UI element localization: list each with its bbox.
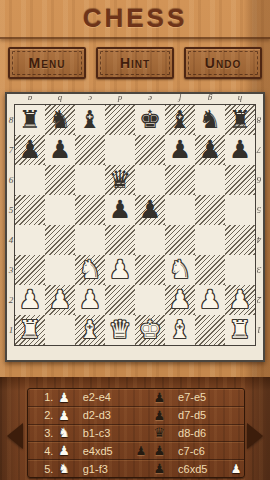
white-move-text: e4xd5 [75,445,133,457]
file-label-g: g [195,94,225,104]
rank-label-3-right: 3 [255,255,263,285]
move-row-3[interactable]: 3.♞b1-c3♛d8-d6 [28,424,244,442]
white-pawn: ♟ [15,285,45,315]
square-d2[interactable] [105,285,135,315]
white-knight: ♞ [165,255,195,285]
square-h1[interactable]: ♜ [225,315,255,345]
file-label-a: a [15,94,45,104]
square-g7[interactable]: ♟ [195,135,225,165]
file-label-c: c [75,94,105,104]
square-d4[interactable] [105,225,135,255]
square-e2[interactable] [135,285,165,315]
black-capture-icon: ♟ [228,462,244,476]
black-pawn: ♟ [165,135,195,165]
white-king: ♚ [135,315,165,345]
square-a4[interactable] [15,225,45,255]
board-grid: ♜♞♝♚♝♞♜♟♟♟♟♟♛♟♟♞♟♞♟♟♟♟♟♟♜♝♛♚♝♜ [14,104,256,346]
square-f5[interactable] [165,195,195,225]
square-d8[interactable] [105,105,135,135]
file-label-b: b [45,94,75,104]
square-c3[interactable]: ♞ [75,255,105,285]
square-b5[interactable] [45,195,75,225]
square-g8[interactable]: ♞ [195,105,225,135]
app-header: CHESS [0,0,270,39]
hint-button[interactable]: Hint [96,47,174,79]
chess-app: CHESS Menu Hint Undo abcdefgh ♜♞♝♚♝♞♜♟♟♟… [0,0,270,480]
toolbar: Menu Hint Undo [0,39,270,79]
square-a7[interactable]: ♟ [15,135,45,165]
square-h8[interactable]: ♜ [225,105,255,135]
white-move-piece-icon: ♟ [53,443,74,458]
move-number: 2. [34,409,53,421]
square-g2[interactable]: ♟ [195,285,225,315]
square-f3[interactable]: ♞ [165,255,195,285]
square-a5[interactable] [15,195,45,225]
menu-button[interactable]: Menu [8,47,86,79]
white-move-piece-icon: ♟ [53,390,74,405]
black-move-text: c7-c6 [170,445,228,457]
square-b1[interactable] [45,315,75,345]
white-pawn: ♟ [75,285,105,315]
black-move-piece-icon: ♛ [149,425,170,440]
menu-button-label: Menu [29,55,66,71]
square-g1[interactable] [195,315,225,345]
move-number: 3. [34,427,53,439]
chess-board: abcdefgh ♜♞♝♚♝♞♜♟♟♟♟♟♛♟♟♞♟♞♟♟♟♟♟♟♜♝♛♚♝♜ … [5,92,265,362]
square-f6[interactable] [165,165,195,195]
square-b8[interactable]: ♞ [45,105,75,135]
square-c7[interactable] [75,135,105,165]
white-move-text: d2-d3 [75,409,133,421]
move-history-bar: 1.♟e2-e4♟e7-e52.♟d2-d3♟d7-d53.♞b1-c3♛d8-… [0,377,270,480]
file-label-h: h [225,94,255,104]
black-pawn: ♟ [195,135,225,165]
move-row-1[interactable]: 1.♟e2-e4♟e7-e5 [28,389,244,406]
square-c1[interactable]: ♝ [75,315,105,345]
square-d1[interactable]: ♛ [105,315,135,345]
rank-label-6-left: 6 [7,165,15,195]
square-g5[interactable] [195,195,225,225]
black-knight: ♞ [195,105,225,135]
square-e8[interactable]: ♚ [135,105,165,135]
undo-button[interactable]: Undo [184,47,262,79]
move-number: 4. [34,445,53,457]
move-list: 1.♟e2-e4♟e7-e52.♟d2-d3♟d7-d53.♞b1-c3♛d8-… [27,388,245,478]
white-bishop: ♝ [165,315,195,345]
square-a1[interactable]: ♜ [15,315,45,345]
square-d6[interactable]: ♛ [105,165,135,195]
white-rook: ♜ [15,315,45,345]
file-label-d: d [105,94,135,104]
move-number: 5. [34,463,53,475]
square-c2[interactable]: ♟ [75,285,105,315]
black-move-piece-icon: ♟ [149,443,170,458]
rank-label-4-left: 4 [7,225,15,255]
black-knight: ♞ [45,105,75,135]
rank-label-7-right: 7 [255,135,263,165]
square-h3[interactable] [225,255,255,285]
square-b2[interactable]: ♟ [45,285,75,315]
square-d5[interactable]: ♟ [105,195,135,225]
black-pawn: ♟ [45,135,75,165]
square-f1[interactable]: ♝ [165,315,195,345]
black-move-piece-icon: ♟ [149,461,170,476]
black-move-piece-icon: ♟ [149,408,170,423]
black-move-piece-icon: ♟ [149,390,170,405]
square-a2[interactable]: ♟ [15,285,45,315]
square-c5[interactable] [75,195,105,225]
square-f2[interactable]: ♟ [165,285,195,315]
square-b7[interactable]: ♟ [45,135,75,165]
rank-label-4-right: 4 [255,225,263,255]
move-row-4[interactable]: 4.♟e4xd5♟♟c7-c6 [28,441,244,459]
white-pawn: ♟ [45,285,75,315]
black-move-text: d7-d5 [170,409,228,421]
white-rook: ♜ [225,315,255,345]
rank-label-8-right: 8 [255,105,263,135]
square-d7[interactable] [105,135,135,165]
square-e6[interactable] [135,165,165,195]
square-c4[interactable] [75,225,105,255]
square-c8[interactable]: ♝ [75,105,105,135]
white-bishop: ♝ [75,315,105,345]
white-move-piece-icon: ♞ [53,461,74,476]
white-pawn: ♟ [195,285,225,315]
black-bishop: ♝ [75,105,105,135]
black-move-text: d8-d6 [170,427,228,439]
square-e1[interactable]: ♚ [135,315,165,345]
file-labels-top: abcdefgh [15,94,255,104]
square-h4[interactable] [225,225,255,255]
square-h7[interactable]: ♟ [225,135,255,165]
square-b6[interactable] [45,165,75,195]
rank-label-2-left: 2 [7,285,15,315]
hint-button-label: Hint [120,55,150,71]
square-a6[interactable] [15,165,45,195]
rank-label-3-left: 3 [7,255,15,285]
square-e5[interactable]: ♟ [135,195,165,225]
move-row-2[interactable]: 2.♟d2-d3♟d7-d5 [28,406,244,424]
square-b3[interactable] [45,255,75,285]
white-capture-icon: ♟ [133,444,149,458]
rank-label-5-left: 5 [7,195,15,225]
rank-label-7-left: 7 [7,135,15,165]
square-d3[interactable]: ♟ [105,255,135,285]
square-f7[interactable]: ♟ [165,135,195,165]
black-rook: ♜ [225,105,255,135]
square-g6[interactable] [195,165,225,195]
square-e7[interactable] [135,135,165,165]
move-row-5[interactable]: 5.♞g1-f3♟c6xd5♟ [28,459,244,477]
black-rook: ♜ [15,105,45,135]
square-f4[interactable] [165,225,195,255]
square-g4[interactable] [195,225,225,255]
white-move-text: e2-e4 [75,391,133,403]
black-king: ♚ [135,105,165,135]
white-move-piece-icon: ♟ [53,408,74,423]
white-pawn: ♟ [225,285,255,315]
black-pawn: ♟ [135,195,165,225]
black-pawn: ♟ [225,135,255,165]
black-queen: ♛ [105,165,135,195]
square-h5[interactable] [225,195,255,225]
move-number: 1. [34,391,53,403]
file-label-f: f [165,94,195,104]
square-h2[interactable]: ♟ [225,285,255,315]
rank-label-8-left: 8 [7,105,15,135]
black-bishop: ♝ [165,105,195,135]
white-pawn: ♟ [105,255,135,285]
white-move-text: b1-c3 [75,427,133,439]
white-pawn: ♟ [165,285,195,315]
square-b4[interactable] [45,225,75,255]
undo-button-label: Undo [205,55,241,71]
file-label-e: e [135,94,165,104]
black-pawn: ♟ [15,135,45,165]
square-e4[interactable] [135,225,165,255]
rank-label-1-left: 1 [7,315,15,345]
white-knight: ♞ [75,255,105,285]
white-move-piece-icon: ♞ [53,425,74,440]
rank-label-6-right: 6 [255,165,263,195]
square-a8[interactable]: ♜ [15,105,45,135]
square-g3[interactable] [195,255,225,285]
rank-label-1-right: 1 [255,315,263,345]
rank-label-2-right: 2 [255,285,263,315]
next-move-arrow[interactable] [247,423,263,449]
square-f8[interactable]: ♝ [165,105,195,135]
black-move-text: c6xd5 [170,463,228,475]
white-move-text: g1-f3 [75,463,133,475]
app-title: CHESS [83,3,188,34]
square-e3[interactable] [135,255,165,285]
square-a3[interactable] [15,255,45,285]
square-h6[interactable] [225,165,255,195]
previous-move-arrow[interactable] [7,423,23,449]
black-pawn: ♟ [105,195,135,225]
rank-label-5-right: 5 [255,195,263,225]
white-queen: ♛ [105,315,135,345]
square-c6[interactable] [75,165,105,195]
black-move-text: e7-e5 [170,391,228,403]
